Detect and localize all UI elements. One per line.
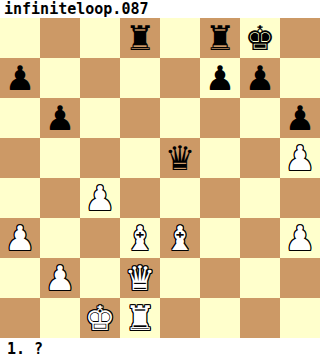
- square-b2[interactable]: ♟: [40, 258, 80, 298]
- piece-black-queen[interactable]: ♛: [165, 138, 195, 178]
- square-f8[interactable]: ♜: [200, 18, 240, 58]
- piece-black-pawn[interactable]: ♟: [285, 98, 315, 138]
- square-e3[interactable]: ♝: [160, 218, 200, 258]
- square-c3[interactable]: [80, 218, 120, 258]
- square-g6[interactable]: [240, 98, 280, 138]
- square-h3[interactable]: ♟: [280, 218, 320, 258]
- square-d8[interactable]: ♜: [120, 18, 160, 58]
- square-d5[interactable]: [120, 138, 160, 178]
- square-g3[interactable]: [240, 218, 280, 258]
- square-c4[interactable]: ♟: [80, 178, 120, 218]
- square-b8[interactable]: [40, 18, 80, 58]
- square-e8[interactable]: [160, 18, 200, 58]
- square-g8[interactable]: ♚: [240, 18, 280, 58]
- piece-white-bishop[interactable]: ♝: [165, 218, 195, 258]
- square-c6[interactable]: [80, 98, 120, 138]
- piece-white-queen[interactable]: ♛: [125, 258, 155, 298]
- square-h1[interactable]: [280, 298, 320, 338]
- square-a1[interactable]: [0, 298, 40, 338]
- square-e5[interactable]: ♛: [160, 138, 200, 178]
- square-h5[interactable]: ♟: [280, 138, 320, 178]
- square-g2[interactable]: [240, 258, 280, 298]
- square-g1[interactable]: [240, 298, 280, 338]
- piece-white-king[interactable]: ♚: [85, 298, 115, 338]
- square-h8[interactable]: [280, 18, 320, 58]
- square-f3[interactable]: [200, 218, 240, 258]
- square-g4[interactable]: [240, 178, 280, 218]
- square-a6[interactable]: [0, 98, 40, 138]
- piece-black-pawn[interactable]: ♟: [205, 58, 235, 98]
- square-c8[interactable]: [80, 18, 120, 58]
- square-f4[interactable]: [200, 178, 240, 218]
- square-g5[interactable]: [240, 138, 280, 178]
- piece-black-rook[interactable]: ♜: [125, 18, 155, 58]
- square-h6[interactable]: ♟: [280, 98, 320, 138]
- square-a5[interactable]: [0, 138, 40, 178]
- square-a3[interactable]: ♟: [0, 218, 40, 258]
- piece-black-rook[interactable]: ♜: [205, 18, 235, 58]
- square-e1[interactable]: [160, 298, 200, 338]
- square-f5[interactable]: [200, 138, 240, 178]
- square-a8[interactable]: [0, 18, 40, 58]
- square-d6[interactable]: [120, 98, 160, 138]
- square-c1[interactable]: ♚: [80, 298, 120, 338]
- square-c2[interactable]: [80, 258, 120, 298]
- square-d7[interactable]: [120, 58, 160, 98]
- piece-white-pawn[interactable]: ♟: [85, 178, 115, 218]
- square-e6[interactable]: [160, 98, 200, 138]
- square-h2[interactable]: [280, 258, 320, 298]
- square-d2[interactable]: ♛: [120, 258, 160, 298]
- square-a4[interactable]: [0, 178, 40, 218]
- square-e7[interactable]: [160, 58, 200, 98]
- square-c7[interactable]: [80, 58, 120, 98]
- piece-black-pawn[interactable]: ♟: [5, 58, 35, 98]
- square-b5[interactable]: [40, 138, 80, 178]
- square-b6[interactable]: ♟: [40, 98, 80, 138]
- square-b1[interactable]: [40, 298, 80, 338]
- move-prompt: 1. ?: [7, 338, 313, 360]
- square-d1[interactable]: ♜: [120, 298, 160, 338]
- piece-white-rook[interactable]: ♜: [125, 298, 155, 338]
- chess-board: ♜♜♚♟♟♟♟♟♛♟♟♟♝♝♟♟♛♚♜: [0, 18, 320, 338]
- diagram-title: infiniteloop.087: [4, 0, 316, 18]
- square-a7[interactable]: ♟: [0, 58, 40, 98]
- square-c5[interactable]: [80, 138, 120, 178]
- square-h4[interactable]: [280, 178, 320, 218]
- square-e2[interactable]: [160, 258, 200, 298]
- square-f6[interactable]: [200, 98, 240, 138]
- piece-black-king[interactable]: ♚: [245, 18, 275, 58]
- square-f2[interactable]: [200, 258, 240, 298]
- square-f7[interactable]: ♟: [200, 58, 240, 98]
- square-g7[interactable]: ♟: [240, 58, 280, 98]
- square-a2[interactable]: [0, 258, 40, 298]
- square-b4[interactable]: [40, 178, 80, 218]
- piece-black-pawn[interactable]: ♟: [45, 98, 75, 138]
- piece-white-pawn[interactable]: ♟: [285, 218, 315, 258]
- piece-white-bishop[interactable]: ♝: [125, 218, 155, 258]
- square-d3[interactable]: ♝: [120, 218, 160, 258]
- square-h7[interactable]: [280, 58, 320, 98]
- square-b7[interactable]: [40, 58, 80, 98]
- piece-black-pawn[interactable]: ♟: [245, 58, 275, 98]
- square-b3[interactable]: [40, 218, 80, 258]
- square-d4[interactable]: [120, 178, 160, 218]
- square-f1[interactable]: [200, 298, 240, 338]
- piece-white-pawn[interactable]: ♟: [285, 138, 315, 178]
- piece-white-pawn[interactable]: ♟: [45, 258, 75, 298]
- piece-white-pawn[interactable]: ♟: [5, 218, 35, 258]
- square-e4[interactable]: [160, 178, 200, 218]
